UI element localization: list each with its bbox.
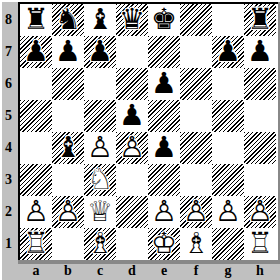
square-d2[interactable] [116, 196, 148, 228]
square-g5[interactable] [212, 100, 244, 132]
square-d8[interactable]: ♛♛ [116, 4, 148, 36]
rank-label-7: 7 [0, 36, 17, 68]
piece-outline: ♟ [52, 36, 84, 68]
piece-outline: ♟ [212, 36, 244, 68]
black-king-icon[interactable]: ♚♚ [148, 4, 180, 36]
square-e8[interactable]: ♚♚ [148, 4, 180, 36]
square-a6[interactable] [20, 68, 52, 100]
square-f8[interactable] [180, 4, 212, 36]
piece-outline: ♙ [148, 196, 180, 228]
square-b6[interactable] [52, 68, 84, 100]
black-rook-icon[interactable]: ♜♜ [20, 4, 52, 36]
square-d4[interactable]: ♟♙ [116, 132, 148, 164]
white-pawn-icon[interactable]: ♟♙ [20, 196, 52, 228]
black-pawn-icon[interactable]: ♟♟ [52, 36, 84, 68]
black-bishop-icon[interactable]: ♝♝ [52, 132, 84, 164]
file-label-e: e [148, 262, 180, 280]
square-h4[interactable] [244, 132, 276, 164]
square-f1[interactable]: ♝♗ [180, 228, 212, 260]
file-label-f: f [180, 262, 212, 280]
white-pawn-icon[interactable]: ♟♙ [116, 132, 148, 164]
white-pawn-icon[interactable]: ♟♙ [244, 196, 276, 228]
square-b8[interactable]: ♞♞ [52, 4, 84, 36]
rank-label-4: 4 [0, 132, 17, 164]
file-label-a: a [20, 262, 52, 280]
square-f5[interactable] [180, 100, 212, 132]
square-h3[interactable] [244, 164, 276, 196]
piece-outline: ♟ [244, 36, 276, 68]
piece-outline: ♞ [52, 4, 84, 36]
square-a7[interactable]: ♟♟ [20, 36, 52, 68]
piece-outline: ♖ [244, 228, 276, 260]
black-pawn-icon[interactable]: ♟♟ [148, 132, 180, 164]
white-rook-icon[interactable]: ♜♖ [20, 228, 52, 260]
black-pawn-icon[interactable]: ♟♟ [244, 36, 276, 68]
square-f3[interactable] [180, 164, 212, 196]
white-pawn-icon[interactable]: ♟♙ [52, 196, 84, 228]
square-g4[interactable] [212, 132, 244, 164]
piece-outline: ♔ [148, 228, 180, 260]
piece-outline: ♗ [84, 228, 116, 260]
square-d5[interactable]: ♟♟ [116, 100, 148, 132]
file-label-h: h [244, 262, 276, 280]
square-b4[interactable]: ♝♝ [52, 132, 84, 164]
piece-outline: ♜ [20, 4, 52, 36]
square-c2[interactable]: ♛♕ [84, 196, 116, 228]
square-f2[interactable]: ♟♙ [180, 196, 212, 228]
piece-outline: ♗ [180, 228, 212, 260]
square-c5[interactable] [84, 100, 116, 132]
piece-outline: ♛ [116, 4, 148, 36]
black-bishop-icon[interactable]: ♝♝ [84, 4, 116, 36]
square-g7[interactable]: ♟♟ [212, 36, 244, 68]
file-label-b: b [52, 262, 84, 280]
chess-board: ♜♜♞♞♝♝♛♛♚♚♜♜♟♟♟♟♟♟♟♟♟♟♟♟♟♟♝♝♟♙♟♙♟♟♞♘♟♙♟♙… [20, 4, 276, 260]
piece-outline: ♙ [20, 196, 52, 228]
square-h5[interactable] [244, 100, 276, 132]
square-g1[interactable] [212, 228, 244, 260]
square-c8[interactable]: ♝♝ [84, 4, 116, 36]
file-label-c: c [84, 262, 116, 280]
piece-outline: ♜ [244, 4, 276, 36]
square-b5[interactable] [52, 100, 84, 132]
square-a1[interactable]: ♜♖ [20, 228, 52, 260]
white-rook-icon[interactable]: ♜♖ [244, 228, 276, 260]
square-g3[interactable] [212, 164, 244, 196]
piece-outline: ♝ [52, 132, 84, 164]
square-d3[interactable] [116, 164, 148, 196]
square-b2[interactable]: ♟♙ [52, 196, 84, 228]
square-e4[interactable]: ♟♟ [148, 132, 180, 164]
square-g6[interactable] [212, 68, 244, 100]
square-h1[interactable]: ♜♖ [244, 228, 276, 260]
piece-outline: ♟ [116, 100, 148, 132]
piece-outline: ♚ [148, 4, 180, 36]
square-a4[interactable] [20, 132, 52, 164]
square-e3[interactable] [148, 164, 180, 196]
square-a3[interactable] [20, 164, 52, 196]
file-label-g: g [212, 262, 244, 280]
square-f7[interactable] [180, 36, 212, 68]
board-shadow-right [278, 2, 280, 264]
black-rook-icon[interactable]: ♜♜ [244, 4, 276, 36]
square-e7[interactable] [148, 36, 180, 68]
square-f6[interactable] [180, 68, 212, 100]
white-king-icon[interactable]: ♚♔ [148, 228, 180, 260]
square-g2[interactable]: ♟♙ [212, 196, 244, 228]
square-b7[interactable]: ♟♟ [52, 36, 84, 68]
rank-label-1: 1 [0, 228, 17, 260]
piece-outline: ♙ [244, 196, 276, 228]
white-bishop-icon[interactable]: ♝♗ [180, 228, 212, 260]
piece-outline: ♙ [52, 196, 84, 228]
black-pawn-icon[interactable]: ♟♟ [212, 36, 244, 68]
square-c7[interactable]: ♟♟ [84, 36, 116, 68]
square-d1[interactable] [116, 228, 148, 260]
piece-outline: ♘ [84, 164, 116, 196]
file-label-d: d [116, 262, 148, 280]
piece-outline: ♟ [148, 68, 180, 100]
white-bishop-icon[interactable]: ♝♗ [84, 228, 116, 260]
piece-outline: ♟ [84, 36, 116, 68]
black-knight-icon[interactable]: ♞♞ [52, 4, 84, 36]
white-pawn-icon[interactable]: ♟♙ [148, 196, 180, 228]
square-e1[interactable]: ♚♔ [148, 228, 180, 260]
square-c1[interactable]: ♝♗ [84, 228, 116, 260]
piece-outline: ♟ [148, 132, 180, 164]
rank-label-3: 3 [0, 164, 17, 196]
rank-label-5: 5 [0, 100, 17, 132]
square-b3[interactable] [52, 164, 84, 196]
square-d7[interactable] [116, 36, 148, 68]
piece-outline: ♝ [84, 4, 116, 36]
square-h2[interactable]: ♟♙ [244, 196, 276, 228]
square-e2[interactable]: ♟♙ [148, 196, 180, 228]
piece-outline: ♙ [180, 196, 212, 228]
square-b1[interactable] [52, 228, 84, 260]
black-pawn-icon[interactable]: ♟♟ [116, 100, 148, 132]
piece-outline: ♙ [116, 132, 148, 164]
square-g8[interactable] [212, 4, 244, 36]
square-h6[interactable] [244, 68, 276, 100]
square-c6[interactable] [84, 68, 116, 100]
square-e6[interactable]: ♟♟ [148, 68, 180, 100]
square-e5[interactable] [148, 100, 180, 132]
piece-outline: ♖ [20, 228, 52, 260]
black-queen-icon[interactable]: ♛♛ [116, 4, 148, 36]
square-c4[interactable]: ♟♙ [84, 132, 116, 164]
white-knight-icon[interactable]: ♞♘ [84, 164, 116, 196]
black-pawn-icon[interactable]: ♟♟ [148, 68, 180, 100]
rank-label-2: 2 [0, 196, 17, 228]
black-pawn-icon[interactable]: ♟♟ [84, 36, 116, 68]
white-pawn-icon[interactable]: ♟♙ [180, 196, 212, 228]
black-pawn-icon[interactable]: ♟♟ [20, 36, 52, 68]
rank-label-6: 6 [0, 68, 17, 100]
square-h7[interactable]: ♟♟ [244, 36, 276, 68]
white-queen-icon[interactable]: ♛♕ [84, 196, 116, 228]
piece-outline: ♟ [20, 36, 52, 68]
piece-outline: ♙ [84, 132, 116, 164]
piece-outline: ♙ [212, 196, 244, 228]
square-f4[interactable] [180, 132, 212, 164]
white-pawn-icon[interactable]: ♟♙ [84, 132, 116, 164]
square-d6[interactable] [116, 68, 148, 100]
piece-outline: ♕ [84, 196, 116, 228]
square-a8[interactable]: ♜♜ [20, 4, 52, 36]
rank-label-8: 8 [0, 4, 17, 36]
white-pawn-icon[interactable]: ♟♙ [212, 196, 244, 228]
square-h8[interactable]: ♜♜ [244, 4, 276, 36]
square-a5[interactable] [20, 100, 52, 132]
square-a2[interactable]: ♟♙ [20, 196, 52, 228]
square-c3[interactable]: ♞♘ [84, 164, 116, 196]
